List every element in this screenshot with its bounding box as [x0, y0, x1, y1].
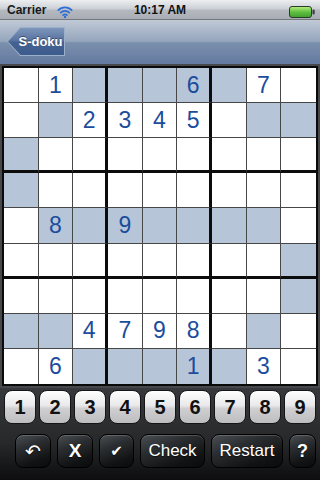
- cell-r4c8[interactable]: [247, 173, 282, 208]
- delete-button[interactable]: X: [57, 434, 93, 468]
- numpad-key-5[interactable]: 5: [144, 390, 176, 424]
- cell-r7c8[interactable]: [247, 279, 282, 314]
- cell-r7c1[interactable]: [4, 279, 39, 314]
- numpad-key-6[interactable]: 6: [179, 390, 211, 424]
- cell-r2c3[interactable]: 2: [73, 103, 108, 138]
- cell-r5c9[interactable]: [281, 208, 316, 243]
- cell-r5c7[interactable]: [212, 208, 247, 243]
- cell-r2c4[interactable]: 3: [108, 103, 143, 138]
- cell-r5c5[interactable]: [143, 208, 178, 243]
- confirm-button[interactable]: ✔: [99, 434, 134, 468]
- cell-r1c4[interactable]: [108, 68, 143, 103]
- cell-r4c4[interactable]: [108, 173, 143, 208]
- cell-r7c4[interactable]: [108, 279, 143, 314]
- cell-r5c6[interactable]: [177, 208, 212, 243]
- numpad-key-1[interactable]: 1: [4, 390, 36, 424]
- cell-r6c9[interactable]: [281, 244, 316, 279]
- cell-r1c6[interactable]: 6: [177, 68, 212, 103]
- cell-r3c9[interactable]: [281, 138, 316, 173]
- numpad-key-3[interactable]: 3: [74, 390, 106, 424]
- cell-r6c4[interactable]: [108, 244, 143, 279]
- cell-r1c9[interactable]: [281, 68, 316, 103]
- cell-r6c6[interactable]: [177, 244, 212, 279]
- cell-r7c7[interactable]: [212, 279, 247, 314]
- cell-r9c4[interactable]: [108, 349, 143, 384]
- cell-r9c1[interactable]: [4, 349, 39, 384]
- cell-r8c2[interactable]: [39, 314, 74, 349]
- cell-r4c2[interactable]: [39, 173, 74, 208]
- cell-r8c6[interactable]: 8: [177, 314, 212, 349]
- back-button-face: S-doku: [8, 28, 64, 55]
- cell-r1c8[interactable]: 7: [247, 68, 282, 103]
- cell-r5c2[interactable]: 8: [39, 208, 74, 243]
- numpad-key-9[interactable]: 9: [284, 390, 316, 424]
- cell-r3c3[interactable]: [73, 138, 108, 173]
- cell-r8c4[interactable]: 7: [108, 314, 143, 349]
- cell-r2c6[interactable]: 5: [177, 103, 212, 138]
- undo-button[interactable]: ↶: [15, 434, 51, 468]
- cell-r4c3[interactable]: [73, 173, 108, 208]
- cell-r7c3[interactable]: [73, 279, 108, 314]
- cell-r5c1[interactable]: [4, 208, 39, 243]
- cell-r1c1[interactable]: [4, 68, 39, 103]
- cell-r2c5[interactable]: 4: [143, 103, 178, 138]
- cell-r3c1[interactable]: [4, 138, 39, 173]
- cell-r3c2[interactable]: [39, 138, 74, 173]
- cell-r7c2[interactable]: [39, 279, 74, 314]
- cell-r8c8[interactable]: [247, 314, 282, 349]
- cell-r4c7[interactable]: [212, 173, 247, 208]
- cell-r4c6[interactable]: [177, 173, 212, 208]
- toolbar: ↶X✔CheckRestart?: [15, 434, 316, 468]
- check-button[interactable]: Check: [140, 434, 205, 468]
- cell-r8c1[interactable]: [4, 314, 39, 349]
- cell-r3c4[interactable]: [108, 138, 143, 173]
- cell-r8c7[interactable]: [212, 314, 247, 349]
- cell-r8c3[interactable]: 4: [73, 314, 108, 349]
- cell-r8c5[interactable]: 9: [143, 314, 178, 349]
- cell-r1c7[interactable]: [212, 68, 247, 103]
- cell-r1c5[interactable]: [143, 68, 178, 103]
- cell-r3c5[interactable]: [143, 138, 178, 173]
- clock-label: 10:17 AM: [0, 3, 320, 17]
- cell-r2c7[interactable]: [212, 103, 247, 138]
- numpad-key-7[interactable]: 7: [214, 390, 246, 424]
- cell-r2c9[interactable]: [281, 103, 316, 138]
- cell-r1c2[interactable]: 1: [39, 68, 74, 103]
- cell-r2c2[interactable]: [39, 103, 74, 138]
- cell-r2c1[interactable]: [4, 103, 39, 138]
- app-screen: Carrier 10:17 AM: [0, 0, 320, 480]
- cell-r5c8[interactable]: [247, 208, 282, 243]
- numpad-key-4[interactable]: 4: [109, 390, 141, 424]
- cell-r7c5[interactable]: [143, 279, 178, 314]
- cell-r3c8[interactable]: [247, 138, 282, 173]
- sudoku-board: 1672345894798613: [2, 66, 318, 386]
- cell-r6c1[interactable]: [4, 244, 39, 279]
- restart-button[interactable]: Restart: [211, 434, 283, 468]
- cell-r2c8[interactable]: [247, 103, 282, 138]
- numpad-key-8[interactable]: 8: [249, 390, 281, 424]
- cell-r6c7[interactable]: [212, 244, 247, 279]
- cell-r7c9[interactable]: [281, 279, 316, 314]
- cell-r9c6[interactable]: 1: [177, 349, 212, 384]
- cell-r9c3[interactable]: [73, 349, 108, 384]
- cell-r5c3[interactable]: [73, 208, 108, 243]
- cell-r4c9[interactable]: [281, 173, 316, 208]
- number-pad: 123456789: [0, 390, 320, 424]
- cell-r6c2[interactable]: [39, 244, 74, 279]
- cell-r6c5[interactable]: [143, 244, 178, 279]
- help-button[interactable]: ?: [289, 434, 316, 468]
- back-button[interactable]: S-doku: [7, 27, 65, 56]
- cell-r1c3[interactable]: [73, 68, 108, 103]
- back-button-label: S-doku: [18, 34, 62, 49]
- cell-r6c8[interactable]: [247, 244, 282, 279]
- cell-r3c6[interactable]: [177, 138, 212, 173]
- nav-bar: S-doku: [0, 20, 320, 66]
- cell-r8c9[interactable]: [281, 314, 316, 349]
- cell-r7c6[interactable]: [177, 279, 212, 314]
- cell-r4c1[interactable]: [4, 173, 39, 208]
- cell-r3c7[interactable]: [212, 138, 247, 173]
- cell-r9c8[interactable]: 3: [247, 349, 282, 384]
- numpad-key-2[interactable]: 2: [39, 390, 71, 424]
- cell-r5c4[interactable]: 9: [108, 208, 143, 243]
- cell-r9c5[interactable]: [143, 349, 178, 384]
- cell-r9c2[interactable]: 6: [39, 349, 74, 384]
- cell-r9c7[interactable]: [212, 349, 247, 384]
- cell-r6c3[interactable]: [73, 244, 108, 279]
- cell-r4c5[interactable]: [143, 173, 178, 208]
- cell-r9c9[interactable]: [281, 349, 316, 384]
- status-bar: Carrier 10:17 AM: [0, 0, 320, 20]
